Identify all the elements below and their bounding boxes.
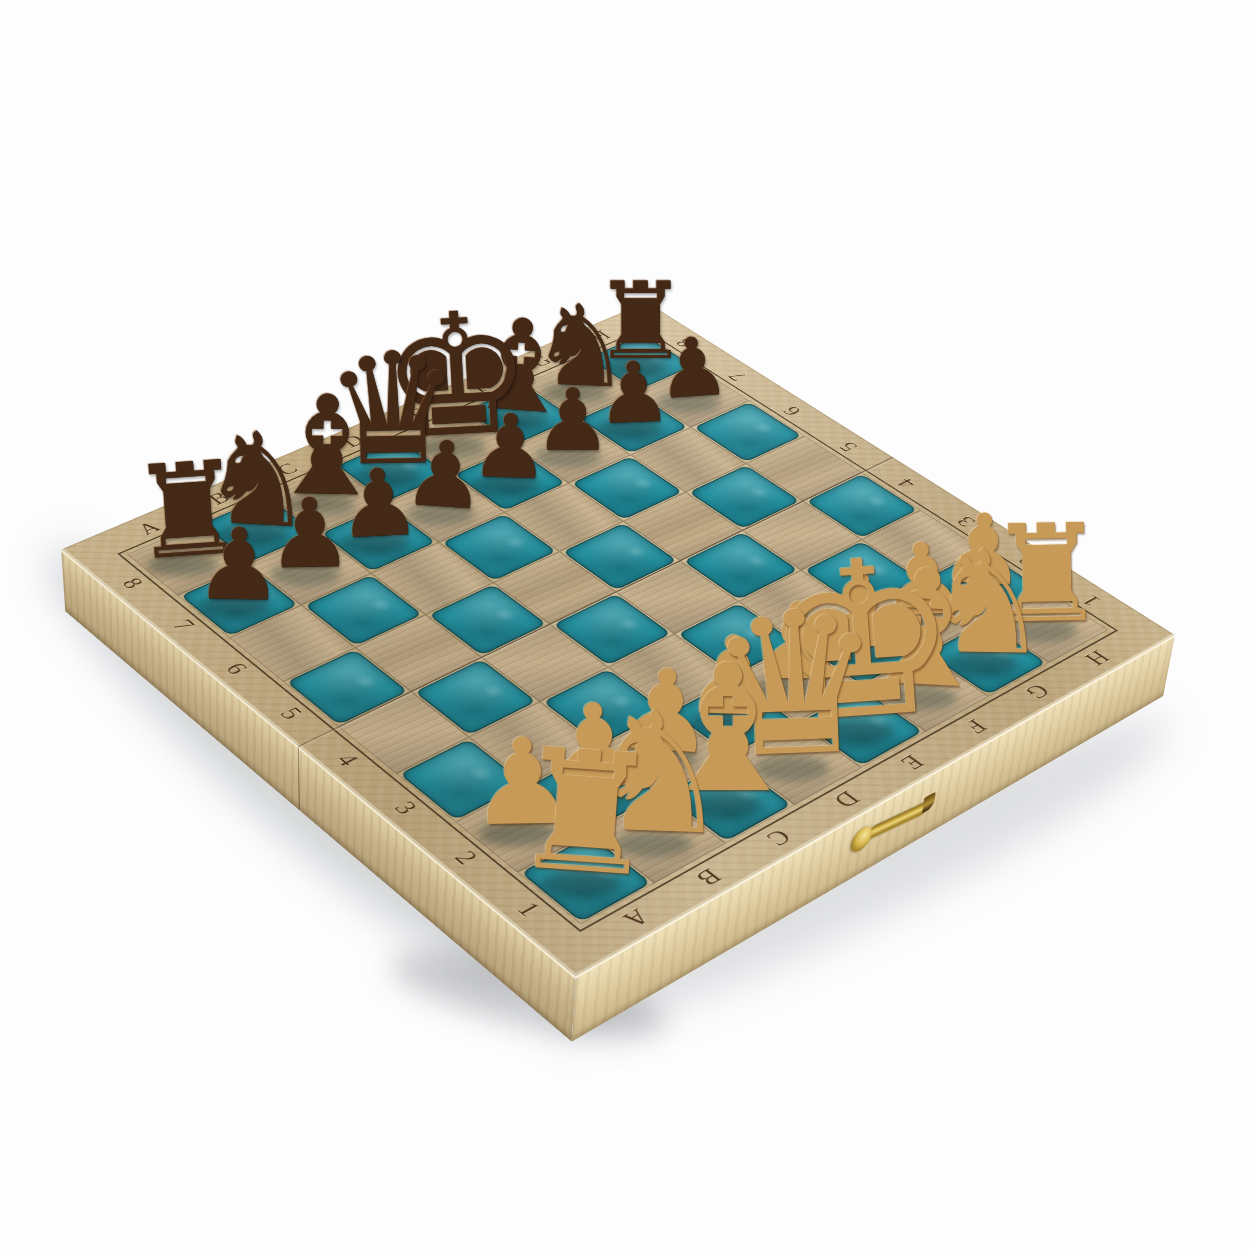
clasp-arm: [867, 800, 930, 841]
product-photo-stage: 87654321 87654321 HGFEDCBA HGFEDCBA: [0, 0, 1250, 1250]
side-fold-seam: [298, 746, 300, 811]
square-a4[interactable]: [339, 692, 469, 774]
clasp-knob: [850, 822, 873, 856]
piece-white-rook-a1[interactable]: ♜: [506, 725, 666, 901]
square-a5[interactable]: [283, 648, 411, 727]
square-c5[interactable]: [425, 583, 549, 658]
clasp-hook: [922, 791, 936, 813]
square-b5[interactable]: [355, 615, 481, 692]
piece-black-pawn-a7[interactable]: ♟: [194, 514, 284, 615]
